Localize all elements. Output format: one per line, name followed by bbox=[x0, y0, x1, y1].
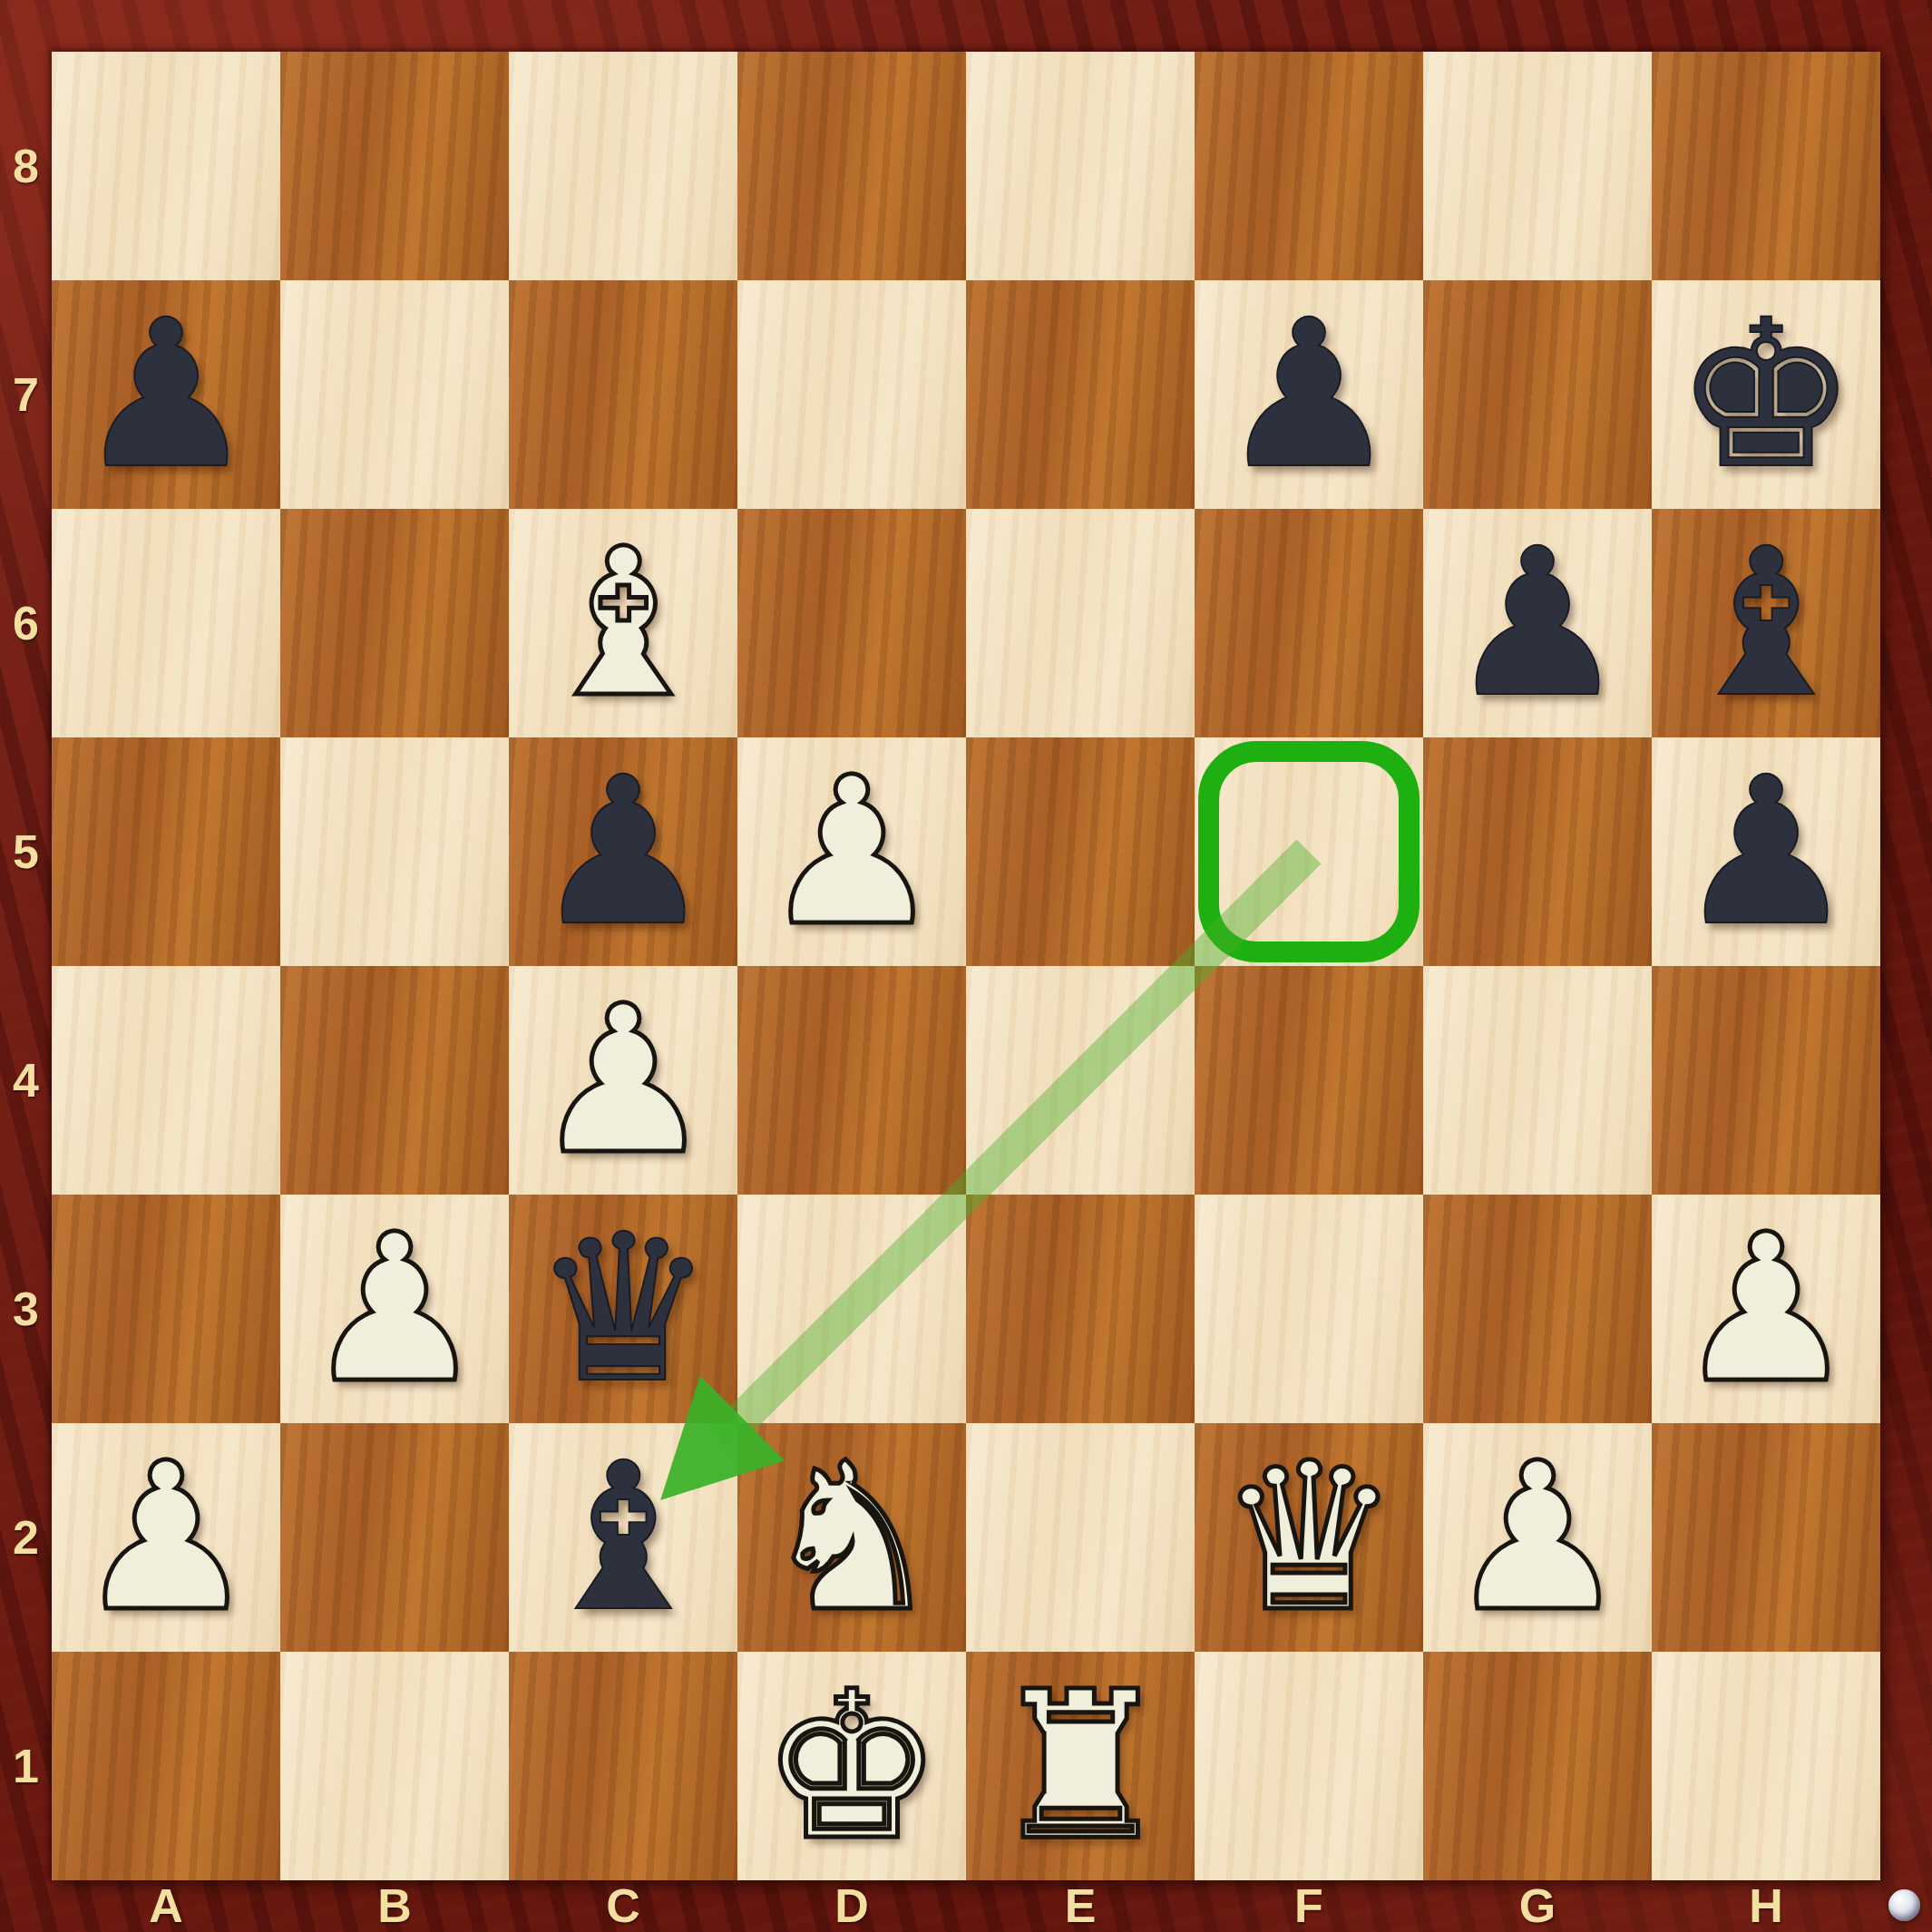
rank-label-6: 6 bbox=[0, 509, 52, 737]
square-e5[interactable] bbox=[966, 737, 1195, 966]
piece-white-pawn[interactable]: ♟ bbox=[74, 1423, 258, 1652]
square-c6[interactable]: ♝ bbox=[509, 509, 737, 737]
file-label-h: H bbox=[1652, 1879, 1880, 1932]
piece-black-king[interactable]: ♚ bbox=[1674, 280, 1858, 509]
square-g8[interactable] bbox=[1423, 52, 1652, 280]
square-f5[interactable] bbox=[1195, 737, 1423, 966]
square-f6[interactable] bbox=[1195, 509, 1423, 737]
square-h2[interactable] bbox=[1652, 1423, 1880, 1652]
square-d6[interactable] bbox=[737, 509, 966, 737]
rank-label-1: 1 bbox=[0, 1652, 52, 1880]
square-g2[interactable]: ♟ bbox=[1423, 1423, 1652, 1652]
rank-label-2: 2 bbox=[0, 1423, 52, 1652]
square-e3[interactable] bbox=[966, 1195, 1195, 1423]
square-h4[interactable] bbox=[1652, 966, 1880, 1195]
square-e4[interactable] bbox=[966, 966, 1195, 1195]
square-h5[interactable]: ♟ bbox=[1652, 737, 1880, 966]
file-label-b: B bbox=[280, 1879, 509, 1932]
file-label-g: G bbox=[1423, 1879, 1652, 1932]
square-f7[interactable]: ♟ bbox=[1195, 280, 1423, 509]
square-a7[interactable]: ♟ bbox=[52, 280, 280, 509]
square-c2[interactable]: ♝ bbox=[509, 1423, 737, 1652]
square-b2[interactable] bbox=[280, 1423, 509, 1652]
piece-black-bishop[interactable]: ♝ bbox=[532, 1423, 715, 1652]
file-label-e: E bbox=[966, 1879, 1195, 1932]
square-e7[interactable] bbox=[966, 280, 1195, 509]
square-f1[interactable] bbox=[1195, 1652, 1423, 1880]
highlight-square-ring bbox=[1198, 741, 1420, 962]
square-c4[interactable]: ♟ bbox=[509, 966, 737, 1195]
square-b3[interactable]: ♟ bbox=[280, 1195, 509, 1423]
square-h7[interactable]: ♚ bbox=[1652, 280, 1880, 509]
square-b1[interactable] bbox=[280, 1652, 509, 1880]
piece-black-queen[interactable]: ♛ bbox=[532, 1195, 715, 1423]
square-h8[interactable] bbox=[1652, 52, 1880, 280]
square-d8[interactable] bbox=[737, 52, 966, 280]
square-a2[interactable]: ♟ bbox=[52, 1423, 280, 1652]
square-e8[interactable] bbox=[966, 52, 1195, 280]
square-g5[interactable] bbox=[1423, 737, 1652, 966]
piece-black-pawn[interactable]: ♟ bbox=[532, 737, 715, 966]
piece-black-pawn[interactable]: ♟ bbox=[1217, 280, 1400, 509]
piece-white-rook[interactable]: ♜ bbox=[989, 1652, 1172, 1880]
square-f3[interactable] bbox=[1195, 1195, 1423, 1423]
square-g7[interactable] bbox=[1423, 280, 1652, 509]
square-a3[interactable] bbox=[52, 1195, 280, 1423]
piece-black-pawn[interactable]: ♟ bbox=[1446, 509, 1629, 737]
square-b5[interactable] bbox=[280, 737, 509, 966]
square-c8[interactable] bbox=[509, 52, 737, 280]
chess-board: ♟♟♚♝♟♝♟♟♟♟♟♛♟♟♝♞♛♟♚♜ bbox=[52, 52, 1880, 1880]
square-b7[interactable] bbox=[280, 280, 509, 509]
square-d7[interactable] bbox=[737, 280, 966, 509]
square-e1[interactable]: ♜ bbox=[966, 1652, 1195, 1880]
square-f4[interactable] bbox=[1195, 966, 1423, 1195]
square-b4[interactable] bbox=[280, 966, 509, 1195]
square-c5[interactable]: ♟ bbox=[509, 737, 737, 966]
file-label-c: C bbox=[509, 1879, 737, 1932]
file-label-a: A bbox=[52, 1879, 280, 1932]
square-g3[interactable] bbox=[1423, 1195, 1652, 1423]
piece-black-bishop[interactable]: ♝ bbox=[1674, 509, 1858, 737]
square-d1[interactable]: ♚ bbox=[737, 1652, 966, 1880]
square-a8[interactable] bbox=[52, 52, 280, 280]
piece-black-pawn[interactable]: ♟ bbox=[74, 280, 258, 509]
square-d5[interactable]: ♟ bbox=[737, 737, 966, 966]
square-c3[interactable]: ♛ bbox=[509, 1195, 737, 1423]
square-b8[interactable] bbox=[280, 52, 509, 280]
square-h1[interactable] bbox=[1652, 1652, 1880, 1880]
side-to-move-indicator bbox=[1888, 1889, 1920, 1921]
square-h6[interactable]: ♝ bbox=[1652, 509, 1880, 737]
square-a5[interactable] bbox=[52, 737, 280, 966]
piece-white-pawn[interactable]: ♟ bbox=[1674, 1195, 1858, 1423]
board-frame: ♟♟♚♝♟♝♟♟♟♟♟♛♟♟♝♞♛♟♚♜ 8A7B6C5D4E3F2G1H bbox=[0, 0, 1932, 1932]
square-f8[interactable] bbox=[1195, 52, 1423, 280]
piece-white-pawn[interactable]: ♟ bbox=[303, 1195, 486, 1423]
square-c1[interactable] bbox=[509, 1652, 737, 1880]
square-a1[interactable] bbox=[52, 1652, 280, 1880]
rank-label-8: 8 bbox=[0, 52, 52, 280]
piece-white-queen[interactable]: ♛ bbox=[1217, 1423, 1400, 1652]
piece-white-pawn[interactable]: ♟ bbox=[760, 737, 943, 966]
file-label-f: F bbox=[1195, 1879, 1423, 1932]
square-c7[interactable] bbox=[509, 280, 737, 509]
square-g1[interactable] bbox=[1423, 1652, 1652, 1880]
rank-label-7: 7 bbox=[0, 280, 52, 509]
square-d3[interactable] bbox=[737, 1195, 966, 1423]
square-b6[interactable] bbox=[280, 509, 509, 737]
square-h3[interactable]: ♟ bbox=[1652, 1195, 1880, 1423]
square-g6[interactable]: ♟ bbox=[1423, 509, 1652, 737]
square-a4[interactable] bbox=[52, 966, 280, 1195]
rank-label-4: 4 bbox=[0, 966, 52, 1195]
piece-white-pawn[interactable]: ♟ bbox=[1446, 1423, 1629, 1652]
rank-label-5: 5 bbox=[0, 737, 52, 966]
piece-white-king[interactable]: ♚ bbox=[760, 1652, 943, 1880]
square-a6[interactable] bbox=[52, 509, 280, 737]
square-f2[interactable]: ♛ bbox=[1195, 1423, 1423, 1652]
square-e2[interactable] bbox=[966, 1423, 1195, 1652]
rank-label-3: 3 bbox=[0, 1195, 52, 1423]
square-e6[interactable] bbox=[966, 509, 1195, 737]
square-d2[interactable]: ♞ bbox=[737, 1423, 966, 1652]
file-label-d: D bbox=[737, 1879, 966, 1932]
piece-white-bishop[interactable]: ♝ bbox=[532, 509, 715, 737]
piece-black-pawn[interactable]: ♟ bbox=[1674, 737, 1858, 966]
square-g4[interactable] bbox=[1423, 966, 1652, 1195]
square-d4[interactable] bbox=[737, 966, 966, 1195]
piece-white-pawn[interactable]: ♟ bbox=[532, 966, 715, 1195]
piece-white-knight[interactable]: ♞ bbox=[760, 1423, 943, 1652]
